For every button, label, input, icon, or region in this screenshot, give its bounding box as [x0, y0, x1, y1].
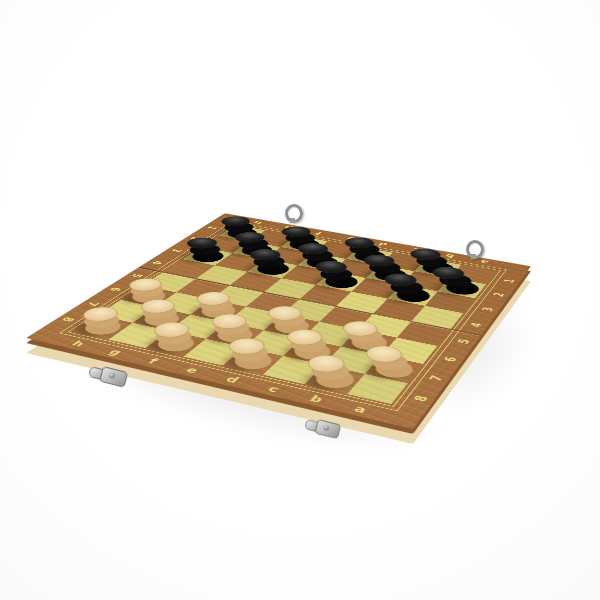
rank-label-left-6: 6: [104, 284, 128, 294]
file-label-near-e: e: [178, 364, 207, 376]
rank-label-right-4: 4: [465, 319, 487, 330]
file-label-near-c: c: [259, 383, 288, 396]
product-photo-scene: hhggffeeddccbbaa1122334455667788: [0, 0, 600, 600]
rank-label-left-3: 3: [166, 246, 188, 254]
file-label-far-a: a: [473, 258, 494, 266]
rank-label-right-6: 6: [439, 353, 463, 365]
rank-label-right-3: 3: [477, 304, 498, 314]
hinge-ring-right: [466, 240, 484, 259]
file-label-near-f: f: [139, 355, 167, 367]
rank-label-left-4: 4: [146, 258, 168, 267]
file-label-near-g: g: [101, 347, 129, 359]
rank-label-right-8: 8: [408, 391, 434, 405]
rank-label-left-1: 1: [202, 224, 222, 231]
file-label-near-d: d: [218, 373, 247, 386]
rank-label-right-1: 1: [499, 276, 519, 285]
rank-label-right-7: 7: [424, 371, 449, 384]
file-label-near-b: b: [302, 393, 331, 406]
rank-label-right-5: 5: [453, 336, 476, 348]
rank-label-right-2: 2: [489, 290, 509, 300]
file-label-near-h: h: [64, 338, 92, 349]
hinge-ring-left: [285, 204, 303, 223]
